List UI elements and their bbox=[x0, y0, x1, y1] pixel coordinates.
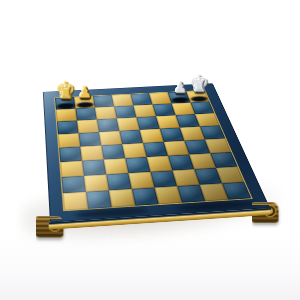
square bbox=[58, 133, 80, 148]
square bbox=[84, 174, 109, 191]
square bbox=[104, 158, 129, 174]
square bbox=[79, 132, 102, 147]
square bbox=[56, 109, 77, 122]
square bbox=[101, 144, 125, 159]
square bbox=[210, 152, 237, 168]
square bbox=[60, 161, 84, 177]
square bbox=[194, 168, 222, 185]
square bbox=[57, 121, 79, 135]
square bbox=[77, 119, 99, 133]
board-surface bbox=[43, 83, 270, 222]
square bbox=[150, 170, 177, 187]
chess-board: ♜♞♝♛♚♝♞♜♟♟♟♟♟♟♟♟♟♟♟♟♟♟♟♟♜♞♝♛♚♝♞♜ bbox=[43, 83, 270, 222]
square bbox=[125, 157, 150, 173]
square bbox=[205, 138, 231, 153]
square bbox=[75, 107, 96, 120]
square bbox=[216, 166, 244, 183]
square bbox=[222, 182, 251, 200]
chess-set-photo: ♜♞♝♛♚♝♞♜♟♟♟♟♟♟♟♟♟♟♟♟♟♟♟♟♜♞♝♛♚♝♞♜ bbox=[0, 0, 300, 300]
square bbox=[86, 190, 112, 208]
square bbox=[168, 154, 194, 170]
square bbox=[61, 176, 85, 193]
square bbox=[172, 169, 199, 186]
square bbox=[154, 186, 182, 204]
board-grid bbox=[55, 90, 251, 210]
square bbox=[132, 187, 159, 205]
square bbox=[109, 189, 135, 207]
square bbox=[189, 153, 216, 169]
square bbox=[143, 142, 168, 157]
square bbox=[200, 125, 225, 139]
square bbox=[177, 185, 205, 203]
square bbox=[147, 156, 173, 172]
square bbox=[106, 173, 132, 190]
square bbox=[200, 183, 229, 201]
square bbox=[80, 145, 103, 160]
square bbox=[63, 192, 88, 211]
square bbox=[122, 143, 146, 158]
square bbox=[59, 147, 82, 162]
square bbox=[128, 172, 154, 189]
square bbox=[195, 113, 220, 126]
square bbox=[99, 131, 122, 145]
square bbox=[82, 159, 106, 175]
square bbox=[97, 118, 120, 132]
